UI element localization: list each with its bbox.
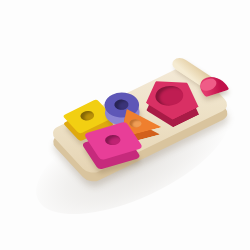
pentagon-hole	[150, 82, 188, 109]
product-photo	[0, 0, 250, 250]
magenta-square-hole	[103, 133, 123, 146]
yellow-square-hole	[78, 109, 97, 122]
